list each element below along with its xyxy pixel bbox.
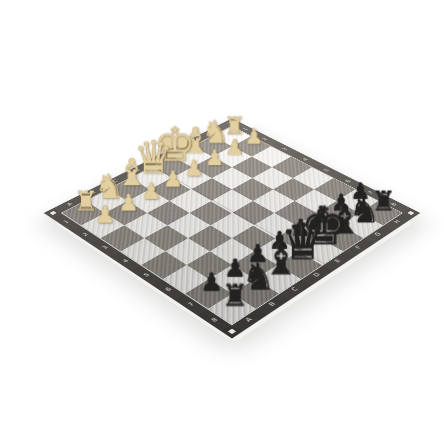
- pieces-layer: ♜♟♞♟♝♟♚♟♛♟♝♟♟♞♜♟♟♜♞♟♟♝♟♚♟♛♟♝♟♞♟♜: [44, 118, 420, 338]
- border-corner-mark: [229, 121, 235, 124]
- chessboard-product-photo: ABCDEFGH1122334455667788ABCDEFGH ♜♟♞♟♝♟♚…: [0, 0, 444, 444]
- rank-label-4-right: 4: [302, 158, 310, 162]
- file-label-e-far: E: [155, 158, 162, 162]
- rank-label-6-right: 6: [344, 179, 352, 183]
- rank-label-5-right: 5: [323, 168, 331, 172]
- rank-label-3-right: 3: [281, 147, 289, 151]
- board-3d-wrapper: ABCDEFGH1122334455667788ABCDEFGH ♜♟♞♟♝♟♚…: [44, 118, 420, 338]
- rank-label-2-right: 2: [261, 137, 268, 141]
- rank-label-1-right: 1: [242, 127, 249, 131]
- piece-white-pawn-a2[interactable]: ♟: [75, 204, 136, 227]
- piece-black-rook-a8[interactable]: ♜: [201, 280, 269, 310]
- file-label-h-far: H: [215, 127, 223, 131]
- file-label-f-far: F: [176, 147, 183, 151]
- file-label-d-far: D: [133, 168, 141, 172]
- file-label-g-far: G: [195, 137, 203, 141]
- file-label-c-far: C: [112, 179, 120, 183]
